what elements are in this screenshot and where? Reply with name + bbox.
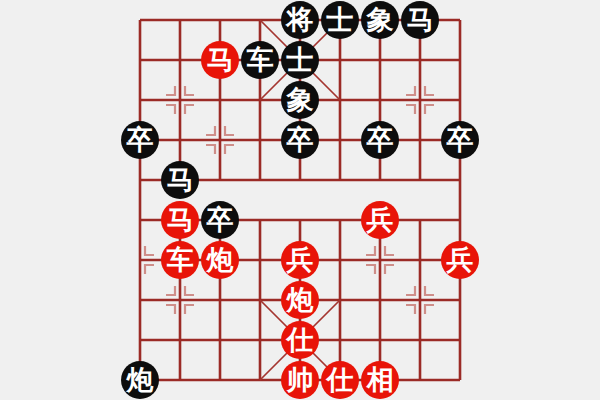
star-point-mark xyxy=(406,86,415,95)
star-point-mark xyxy=(385,265,394,274)
star-point-mark xyxy=(166,305,175,314)
star-point-mark xyxy=(206,145,215,154)
star-point-mark xyxy=(225,126,234,135)
star-point-mark xyxy=(425,86,434,95)
piece-red-horse[interactable]: 马 xyxy=(201,41,239,79)
star-point-mark xyxy=(425,105,434,114)
star-point-mark xyxy=(185,286,194,295)
piece-black-horse[interactable]: 马 xyxy=(401,1,439,39)
piece-red-advisor[interactable]: 仕 xyxy=(281,321,319,359)
star-point-mark xyxy=(406,286,415,295)
star-point-mark xyxy=(406,305,415,314)
star-point-mark xyxy=(425,286,434,295)
piece-black-horse[interactable]: 马 xyxy=(161,161,199,199)
star-point-mark xyxy=(166,286,175,295)
star-point-mark xyxy=(145,265,154,274)
piece-black-soldier[interactable]: 卒 xyxy=(441,121,479,159)
star-point-mark xyxy=(166,86,175,95)
star-point-mark xyxy=(366,246,375,255)
piece-black-soldier[interactable]: 卒 xyxy=(361,121,399,159)
piece-black-cannon[interactable]: 炮 xyxy=(121,361,159,399)
piece-red-cannon[interactable]: 炮 xyxy=(201,241,239,279)
piece-red-cannon[interactable]: 炮 xyxy=(281,281,319,319)
star-point-mark xyxy=(366,265,375,274)
star-point-mark xyxy=(206,126,215,135)
piece-black-chariot[interactable]: 车 xyxy=(241,41,279,79)
piece-black-elephant[interactable]: 象 xyxy=(281,81,319,119)
piece-red-soldier[interactable]: 兵 xyxy=(441,241,479,279)
piece-red-elephant[interactable]: 相 xyxy=(361,361,399,399)
piece-black-general[interactable]: 将 xyxy=(281,1,319,39)
piece-red-soldier[interactable]: 兵 xyxy=(281,241,319,279)
piece-red-horse[interactable]: 马 xyxy=(161,201,199,239)
star-point-mark xyxy=(185,86,194,95)
piece-red-general[interactable]: 帅 xyxy=(281,361,319,399)
star-point-mark xyxy=(225,145,234,154)
star-point-mark xyxy=(425,305,434,314)
star-point-mark xyxy=(145,246,154,255)
piece-red-advisor[interactable]: 仕 xyxy=(321,361,359,399)
xiangqi-board: 将士象马马车士象卒卒卒卒马马卒兵车炮兵兵炮仕炮帅仕相 xyxy=(0,0,600,400)
piece-red-chariot[interactable]: 车 xyxy=(161,241,199,279)
piece-black-soldier[interactable]: 卒 xyxy=(121,121,159,159)
piece-red-soldier[interactable]: 兵 xyxy=(361,201,399,239)
piece-black-soldier[interactable]: 卒 xyxy=(201,201,239,239)
star-point-mark xyxy=(406,105,415,114)
star-point-mark xyxy=(166,105,175,114)
piece-black-elephant[interactable]: 象 xyxy=(361,1,399,39)
piece-black-soldier[interactable]: 卒 xyxy=(281,121,319,159)
star-point-mark xyxy=(185,305,194,314)
star-point-mark xyxy=(385,246,394,255)
piece-black-advisor[interactable]: 士 xyxy=(281,41,319,79)
piece-black-advisor[interactable]: 士 xyxy=(321,1,359,39)
star-point-mark xyxy=(185,105,194,114)
